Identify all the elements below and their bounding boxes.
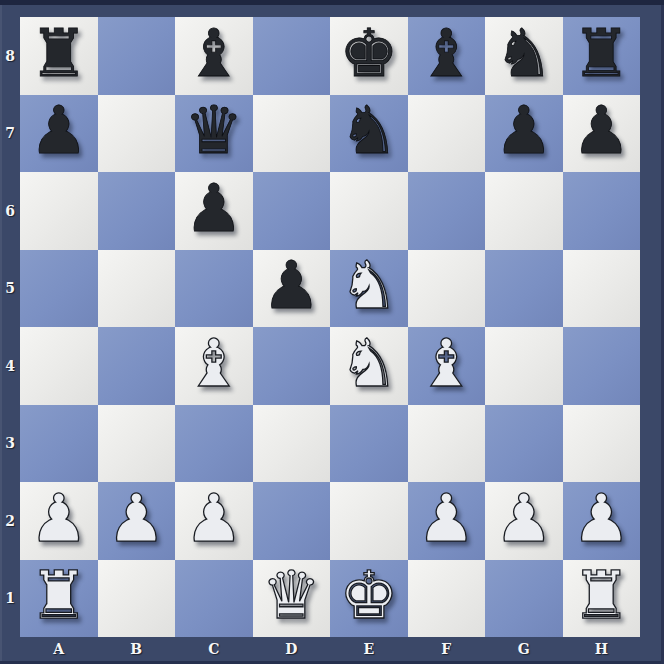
file-label-d: D [253,637,331,661]
chess-board: ♜♝♚♝♞♜♟♛♞♟♟♟♟♞♝♞♝♟♟♟♟♟♟♜♛♚♜ [20,17,640,637]
square-f1[interactable] [408,560,486,638]
square-e8[interactable]: ♚ [330,17,408,95]
square-c5[interactable] [175,250,253,328]
piece-black-queen[interactable]: ♛ [184,98,243,164]
piece-white-king[interactable]: ♚ [339,563,398,629]
piece-white-knight[interactable]: ♞ [339,253,398,319]
square-h5[interactable] [563,250,641,328]
rank-label-6: 6 [0,172,20,250]
square-f2[interactable]: ♟ [408,482,486,560]
piece-black-pawn[interactable]: ♟ [494,98,553,164]
square-a7[interactable]: ♟ [20,95,98,173]
square-f6[interactable] [408,172,486,250]
piece-white-pawn[interactable]: ♟ [29,486,88,552]
square-b2[interactable]: ♟ [98,482,176,560]
piece-black-pawn[interactable]: ♟ [262,253,321,319]
rank-label-3: 3 [0,405,20,483]
square-g4[interactable] [485,327,563,405]
square-f7[interactable] [408,95,486,173]
piece-white-rook[interactable]: ♜ [572,563,631,629]
square-a2[interactable]: ♟ [20,482,98,560]
square-g1[interactable] [485,560,563,638]
rank-label-1: 1 [0,560,20,638]
square-c3[interactable] [175,405,253,483]
square-h2[interactable]: ♟ [563,482,641,560]
file-label-b: B [98,637,176,661]
square-d4[interactable] [253,327,331,405]
square-f8[interactable]: ♝ [408,17,486,95]
square-b3[interactable] [98,405,176,483]
file-label-h: H [563,637,641,661]
file-label-f: F [408,637,486,661]
piece-white-pawn[interactable]: ♟ [572,486,631,552]
square-c1[interactable] [175,560,253,638]
piece-white-pawn[interactable]: ♟ [184,486,243,552]
square-d1[interactable]: ♛ [253,560,331,638]
piece-black-rook[interactable]: ♜ [29,21,88,87]
square-f4[interactable]: ♝ [408,327,486,405]
square-b6[interactable] [98,172,176,250]
square-d5[interactable]: ♟ [253,250,331,328]
rank-label-2: 2 [0,482,20,560]
piece-white-pawn[interactable]: ♟ [494,486,553,552]
square-d3[interactable] [253,405,331,483]
square-a8[interactable]: ♜ [20,17,98,95]
square-c8[interactable]: ♝ [175,17,253,95]
piece-black-pawn[interactable]: ♟ [572,98,631,164]
piece-black-rook[interactable]: ♜ [572,21,631,87]
square-g2[interactable]: ♟ [485,482,563,560]
square-a6[interactable] [20,172,98,250]
piece-white-pawn[interactable]: ♟ [417,486,476,552]
square-a1[interactable]: ♜ [20,560,98,638]
square-g5[interactable] [485,250,563,328]
square-e6[interactable] [330,172,408,250]
rank-label-5: 5 [0,250,20,328]
square-h3[interactable] [563,405,641,483]
square-a3[interactable] [20,405,98,483]
piece-black-knight[interactable]: ♞ [494,21,553,87]
piece-white-bishop[interactable]: ♝ [417,331,476,397]
square-g3[interactable] [485,405,563,483]
rank-label-4: 4 [0,327,20,405]
square-h8[interactable]: ♜ [563,17,641,95]
square-b5[interactable] [98,250,176,328]
rank-labels: 87654321 [0,17,20,637]
square-c7[interactable]: ♛ [175,95,253,173]
piece-black-knight[interactable]: ♞ [339,98,398,164]
square-b1[interactable] [98,560,176,638]
square-d2[interactable] [253,482,331,560]
square-g7[interactable]: ♟ [485,95,563,173]
square-c4[interactable]: ♝ [175,327,253,405]
square-e5[interactable]: ♞ [330,250,408,328]
piece-white-rook[interactable]: ♜ [29,563,88,629]
piece-black-pawn[interactable]: ♟ [29,98,88,164]
piece-white-pawn[interactable]: ♟ [107,486,166,552]
piece-black-king[interactable]: ♚ [339,21,398,87]
rank-label-8: 8 [0,17,20,95]
square-h7[interactable]: ♟ [563,95,641,173]
square-e2[interactable] [330,482,408,560]
square-e1[interactable]: ♚ [330,560,408,638]
rank-label-7: 7 [0,95,20,173]
frame-top-edge [0,0,664,5]
square-d8[interactable] [253,17,331,95]
square-c6[interactable]: ♟ [175,172,253,250]
file-label-a: A [20,637,98,661]
square-b4[interactable] [98,327,176,405]
square-h6[interactable] [563,172,641,250]
square-g8[interactable]: ♞ [485,17,563,95]
square-g6[interactable] [485,172,563,250]
file-labels: ABCDEFGH [20,637,640,661]
square-f3[interactable] [408,405,486,483]
piece-black-bishop[interactable]: ♝ [184,21,243,87]
square-f5[interactable] [408,250,486,328]
square-e3[interactable] [330,405,408,483]
square-e7[interactable]: ♞ [330,95,408,173]
square-h1[interactable]: ♜ [563,560,641,638]
square-d6[interactable] [253,172,331,250]
square-c2[interactable]: ♟ [175,482,253,560]
file-label-g: G [485,637,563,661]
file-label-e: E [330,637,408,661]
square-a5[interactable] [20,250,98,328]
square-d7[interactable] [253,95,331,173]
square-b8[interactable] [98,17,176,95]
square-h4[interactable] [563,327,641,405]
square-b7[interactable] [98,95,176,173]
chess-board-frame: ♜♝♚♝♞♜♟♛♞♟♟♟♟♞♝♞♝♟♟♟♟♟♟♜♛♚♜ 87654321 ABC… [0,0,664,664]
file-label-c: C [175,637,253,661]
piece-white-queen[interactable]: ♛ [262,563,321,629]
square-e4[interactable]: ♞ [330,327,408,405]
square-a4[interactable] [20,327,98,405]
piece-black-pawn[interactable]: ♟ [184,176,243,242]
piece-white-bishop[interactable]: ♝ [184,331,243,397]
piece-black-bishop[interactable]: ♝ [417,21,476,87]
piece-white-knight[interactable]: ♞ [339,331,398,397]
